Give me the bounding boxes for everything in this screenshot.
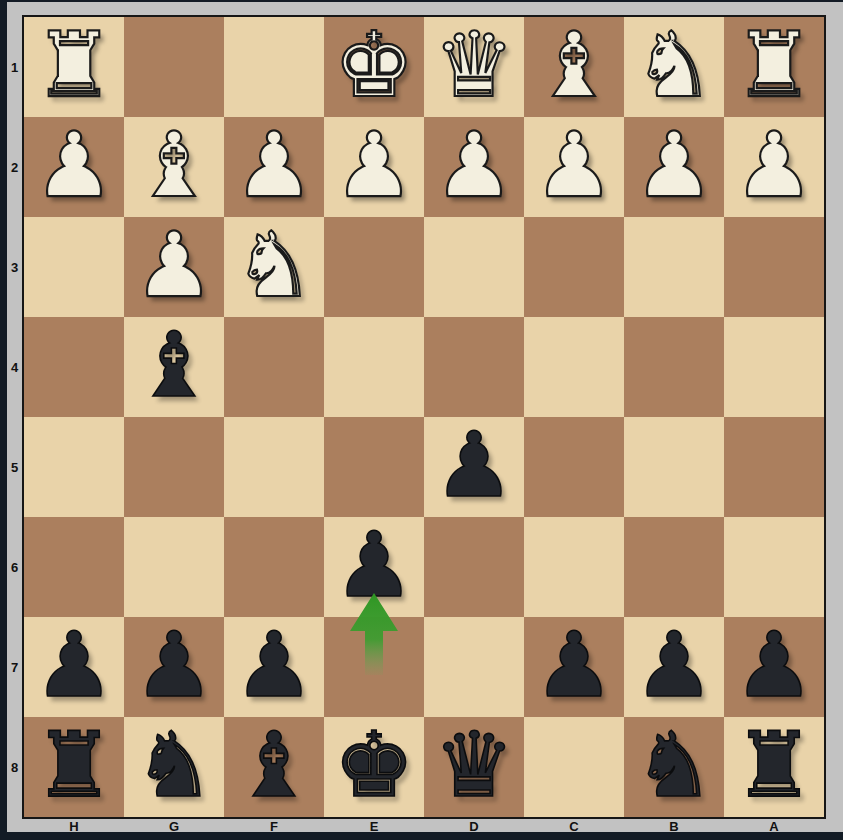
- white-knight[interactable]: ♞: [224, 217, 324, 317]
- black-king[interactable]: ♚: [324, 717, 424, 817]
- square-b5[interactable]: [624, 417, 724, 517]
- square-f6[interactable]: [224, 517, 324, 617]
- square-h1[interactable]: ♜: [24, 17, 124, 117]
- black-pawn[interactable]: ♟: [124, 617, 224, 717]
- rank-label-5: 5: [7, 417, 22, 517]
- square-b2[interactable]: ♟: [624, 117, 724, 217]
- square-h8[interactable]: ♜: [24, 717, 124, 817]
- square-e5[interactable]: [324, 417, 424, 517]
- black-pawn[interactable]: ♟: [324, 517, 424, 617]
- square-a3[interactable]: [724, 217, 824, 317]
- square-d6[interactable]: [424, 517, 524, 617]
- square-a2[interactable]: ♟: [724, 117, 824, 217]
- chess-board[interactable]: ♜♚♛♝♞♜♟♝♟♟♟♟♟♟♟♞♝♟♟♟♟♟♟♟♟♜♞♝♚♛♞♜: [22, 15, 826, 819]
- square-c3[interactable]: [524, 217, 624, 317]
- square-a5[interactable]: [724, 417, 824, 517]
- rank-label-7: 7: [7, 617, 22, 717]
- square-d2[interactable]: ♟: [424, 117, 524, 217]
- white-knight[interactable]: ♞: [624, 17, 724, 117]
- white-pawn[interactable]: ♟: [324, 117, 424, 217]
- square-e3[interactable]: [324, 217, 424, 317]
- black-pawn[interactable]: ♟: [524, 617, 624, 717]
- white-rook[interactable]: ♜: [24, 17, 124, 117]
- square-e2[interactable]: ♟: [324, 117, 424, 217]
- square-c2[interactable]: ♟: [524, 117, 624, 217]
- square-e8[interactable]: ♚: [324, 717, 424, 817]
- square-h6[interactable]: [24, 517, 124, 617]
- square-e4[interactable]: [324, 317, 424, 417]
- square-c6[interactable]: [524, 517, 624, 617]
- file-label-a: A: [724, 819, 824, 834]
- board-frame: 12345678 ♜♚♛♝♞♜♟♝♟♟♟♟♟♟♟♞♝♟♟♟♟♟♟♟♟♜♞♝♚♛♞…: [7, 2, 843, 832]
- square-a7[interactable]: ♟: [724, 617, 824, 717]
- rank-label-1: 1: [7, 17, 22, 117]
- square-f2[interactable]: ♟: [224, 117, 324, 217]
- square-c5[interactable]: [524, 417, 624, 517]
- square-f4[interactable]: [224, 317, 324, 417]
- file-label-e: E: [324, 819, 424, 834]
- file-label-d: D: [424, 819, 524, 834]
- square-g5[interactable]: [124, 417, 224, 517]
- black-bishop[interactable]: ♝: [124, 317, 224, 417]
- square-a8[interactable]: ♜: [724, 717, 824, 817]
- square-d8[interactable]: ♛: [424, 717, 524, 817]
- square-e7[interactable]: [324, 617, 424, 717]
- square-f8[interactable]: ♝: [224, 717, 324, 817]
- black-rook[interactable]: ♜: [24, 717, 124, 817]
- square-e6[interactable]: ♟: [324, 517, 424, 617]
- square-b7[interactable]: ♟: [624, 617, 724, 717]
- white-bishop[interactable]: ♝: [524, 17, 624, 117]
- square-f5[interactable]: [224, 417, 324, 517]
- black-rook[interactable]: ♜: [724, 717, 824, 817]
- white-pawn[interactable]: ♟: [524, 117, 624, 217]
- square-b4[interactable]: [624, 317, 724, 417]
- white-rook[interactable]: ♜: [724, 17, 824, 117]
- square-c1[interactable]: ♝: [524, 17, 624, 117]
- square-f1[interactable]: [224, 17, 324, 117]
- black-knight[interactable]: ♞: [124, 717, 224, 817]
- square-d3[interactable]: [424, 217, 524, 317]
- square-g2[interactable]: ♝: [124, 117, 224, 217]
- rank-label-8: 8: [7, 717, 22, 817]
- white-pawn[interactable]: ♟: [724, 117, 824, 217]
- rank-label-2: 2: [7, 117, 22, 217]
- square-g6[interactable]: [124, 517, 224, 617]
- black-bishop[interactable]: ♝: [224, 717, 324, 817]
- black-queen[interactable]: ♛: [424, 717, 524, 817]
- black-pawn[interactable]: ♟: [424, 417, 524, 517]
- file-label-f: F: [224, 819, 324, 834]
- square-c4[interactable]: [524, 317, 624, 417]
- file-label-h: H: [24, 819, 124, 834]
- square-d1[interactable]: ♛: [424, 17, 524, 117]
- black-pawn[interactable]: ♟: [24, 617, 124, 717]
- black-pawn[interactable]: ♟: [624, 617, 724, 717]
- rank-label-6: 6: [7, 517, 22, 617]
- white-pawn[interactable]: ♟: [224, 117, 324, 217]
- white-pawn[interactable]: ♟: [24, 117, 124, 217]
- square-g7[interactable]: ♟: [124, 617, 224, 717]
- file-label-g: G: [124, 819, 224, 834]
- white-bishop[interactable]: ♝: [124, 117, 224, 217]
- black-knight[interactable]: ♞: [624, 717, 724, 817]
- rank-label-3: 3: [7, 217, 22, 317]
- rank-label-4: 4: [7, 317, 22, 417]
- square-e1[interactable]: ♚: [324, 17, 424, 117]
- square-d4[interactable]: [424, 317, 524, 417]
- square-g1[interactable]: [124, 17, 224, 117]
- square-f7[interactable]: ♟: [224, 617, 324, 717]
- square-c8[interactable]: [524, 717, 624, 817]
- square-h4[interactable]: [24, 317, 124, 417]
- square-b6[interactable]: [624, 517, 724, 617]
- white-pawn[interactable]: ♟: [124, 217, 224, 317]
- square-h5[interactable]: [24, 417, 124, 517]
- chess-app-window: 12345678 ♜♚♛♝♞♜♟♝♟♟♟♟♟♟♟♞♝♟♟♟♟♟♟♟♟♜♞♝♚♛♞…: [0, 0, 843, 840]
- square-g3[interactable]: ♟: [124, 217, 224, 317]
- black-pawn[interactable]: ♟: [224, 617, 324, 717]
- square-g8[interactable]: ♞: [124, 717, 224, 817]
- square-d7[interactable]: [424, 617, 524, 717]
- rank-labels: 12345678: [7, 17, 22, 817]
- file-label-c: C: [524, 819, 624, 834]
- square-f3[interactable]: ♞: [224, 217, 324, 317]
- white-pawn[interactable]: ♟: [424, 117, 524, 217]
- square-h7[interactable]: ♟: [24, 617, 124, 717]
- square-a4[interactable]: [724, 317, 824, 417]
- white-pawn[interactable]: ♟: [624, 117, 724, 217]
- square-g4[interactable]: ♝: [124, 317, 224, 417]
- square-d5[interactable]: ♟: [424, 417, 524, 517]
- square-b1[interactable]: ♞: [624, 17, 724, 117]
- square-b3[interactable]: [624, 217, 724, 317]
- square-b8[interactable]: ♞: [624, 717, 724, 817]
- white-queen[interactable]: ♛: [424, 17, 524, 117]
- square-a6[interactable]: [724, 517, 824, 617]
- square-h3[interactable]: [24, 217, 124, 317]
- black-pawn[interactable]: ♟: [724, 617, 824, 717]
- square-h2[interactable]: ♟: [24, 117, 124, 217]
- square-a1[interactable]: ♜: [724, 17, 824, 117]
- white-king[interactable]: ♚: [324, 17, 424, 117]
- file-labels: HGFEDCBA: [24, 819, 824, 832]
- square-c7[interactable]: ♟: [524, 617, 624, 717]
- file-label-b: B: [624, 819, 724, 834]
